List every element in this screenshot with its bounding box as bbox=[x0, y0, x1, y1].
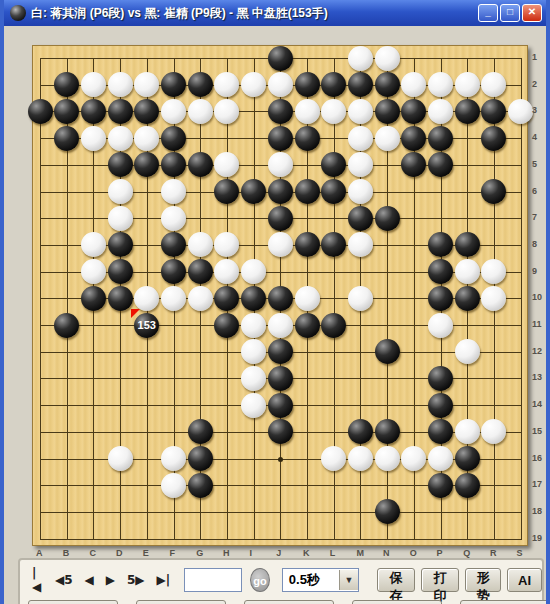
black-stone-K11[interactable] bbox=[295, 313, 320, 338]
white-stone-M10[interactable] bbox=[348, 286, 373, 311]
white-stone-M1[interactable] bbox=[348, 46, 373, 71]
territory-button[interactable]: 形势 bbox=[465, 568, 501, 592]
black-stone-P8[interactable] bbox=[428, 232, 453, 257]
black-stone-O5[interactable] bbox=[401, 152, 426, 177]
row-label-15: 15 bbox=[532, 426, 542, 436]
white-stone-F10[interactable] bbox=[161, 286, 186, 311]
save-button[interactable]: 保存ˆ bbox=[377, 568, 415, 592]
black-stone-E3[interactable] bbox=[134, 99, 159, 124]
white-stone-J8[interactable] bbox=[268, 232, 293, 257]
black-stone-M7[interactable] bbox=[348, 206, 373, 231]
black-stone-N12[interactable] bbox=[375, 339, 400, 364]
white-stone-F7[interactable] bbox=[161, 206, 186, 231]
col-label-P: P bbox=[437, 548, 443, 558]
col-label-R: R bbox=[490, 548, 497, 558]
white-stone-I2[interactable] bbox=[241, 72, 266, 97]
row-label-11: 11 bbox=[532, 319, 542, 329]
black-stone-E11[interactable]: 153 bbox=[134, 313, 159, 338]
white-stone-I12[interactable] bbox=[241, 339, 266, 364]
grid-line bbox=[40, 512, 522, 513]
white-stone-L3[interactable] bbox=[321, 99, 346, 124]
black-stone-G16[interactable] bbox=[188, 446, 213, 471]
white-stone-L16[interactable] bbox=[321, 446, 346, 471]
white-stone-P11[interactable] bbox=[428, 313, 453, 338]
col-label-G: G bbox=[196, 548, 203, 558]
white-stone-N4[interactable] bbox=[375, 126, 400, 151]
control-panel: |◀ ◀5 ◀ ▶ 5▶ ▶| go 0.5秒 ▼ 保存ˆ 打印ˆ 形势 AI bbox=[18, 558, 544, 604]
white-stone-C8[interactable] bbox=[81, 232, 106, 257]
col-label-D: D bbox=[116, 548, 123, 558]
grid-line bbox=[521, 58, 522, 540]
white-stone-R10[interactable] bbox=[481, 286, 506, 311]
white-stone-D6[interactable] bbox=[108, 179, 133, 204]
control-row: |◀ ◀5 ◀ ▶ 5▶ ▶| go 0.5秒 ▼ 保存ˆ 打印ˆ 形势 AI bbox=[28, 568, 542, 592]
cutoff-button[interactable] bbox=[352, 600, 442, 604]
white-stone-H2[interactable] bbox=[214, 72, 239, 97]
black-stone-D9[interactable] bbox=[108, 259, 133, 284]
white-stone-E2[interactable] bbox=[134, 72, 159, 97]
white-stone-P2[interactable] bbox=[428, 72, 453, 97]
black-stone-J12[interactable] bbox=[268, 339, 293, 364]
row-label-7: 7 bbox=[532, 212, 537, 222]
last-move-button[interactable]: ▶| bbox=[153, 571, 175, 589]
cutoff-button[interactable] bbox=[460, 600, 550, 604]
black-stone-B2[interactable] bbox=[54, 72, 79, 97]
white-stone-I13[interactable] bbox=[241, 366, 266, 391]
white-stone-Q2[interactable] bbox=[455, 72, 480, 97]
white-stone-H8[interactable] bbox=[214, 232, 239, 257]
window-title: 白: 蒋其润 (P6段) vs 黑: 崔精 (P9段) - 黑 中盘胜(153手… bbox=[31, 5, 476, 22]
app-window: 白: 蒋其润 (P6段) vs 黑: 崔精 (P9段) - 黑 中盘胜(153手… bbox=[0, 0, 550, 604]
black-stone-C10[interactable] bbox=[81, 286, 106, 311]
row-label-1: 1 bbox=[532, 52, 537, 62]
black-stone-P4[interactable] bbox=[428, 126, 453, 151]
black-stone-F4[interactable] bbox=[161, 126, 186, 151]
white-stone-I9[interactable] bbox=[241, 259, 266, 284]
black-stone-K4[interactable] bbox=[295, 126, 320, 151]
white-stone-J2[interactable] bbox=[268, 72, 293, 97]
white-stone-Q9[interactable] bbox=[455, 259, 480, 284]
cutoff-button-row bbox=[28, 600, 550, 604]
col-label-M: M bbox=[356, 548, 364, 558]
black-stone-H11[interactable] bbox=[214, 313, 239, 338]
row-label-13: 13 bbox=[532, 372, 542, 382]
speed-dropdown[interactable]: 0.5秒 ▼ bbox=[282, 568, 359, 592]
white-stone-J11[interactable] bbox=[268, 313, 293, 338]
white-stone-M4[interactable] bbox=[348, 126, 373, 151]
black-stone-F5[interactable] bbox=[161, 152, 186, 177]
minimize-button[interactable]: _ bbox=[478, 4, 498, 22]
white-stone-E10[interactable] bbox=[134, 286, 159, 311]
first-move-button[interactable]: |◀ bbox=[28, 564, 47, 596]
white-stone-K3[interactable] bbox=[295, 99, 320, 124]
col-label-O: O bbox=[410, 548, 417, 558]
app-stone-icon bbox=[10, 5, 26, 21]
go-button[interactable]: go bbox=[250, 568, 270, 592]
white-stone-M5[interactable] bbox=[348, 152, 373, 177]
black-stone-P9[interactable] bbox=[428, 259, 453, 284]
black-stone-J7[interactable] bbox=[268, 206, 293, 231]
white-stone-E4[interactable] bbox=[134, 126, 159, 151]
forward-5-button[interactable]: 5▶ bbox=[123, 571, 149, 589]
black-stone-L11[interactable] bbox=[321, 313, 346, 338]
white-stone-I11[interactable] bbox=[241, 313, 266, 338]
black-stone-H6[interactable] bbox=[214, 179, 239, 204]
black-stone-J1[interactable] bbox=[268, 46, 293, 71]
black-stone-D10[interactable] bbox=[108, 286, 133, 311]
black-stone-P13[interactable] bbox=[428, 366, 453, 391]
white-stone-R9[interactable] bbox=[481, 259, 506, 284]
white-stone-D16[interactable] bbox=[108, 446, 133, 471]
black-stone-D8[interactable] bbox=[108, 232, 133, 257]
last-move-marker bbox=[131, 309, 140, 318]
white-stone-M3[interactable] bbox=[348, 99, 373, 124]
black-stone-I6[interactable] bbox=[241, 179, 266, 204]
black-stone-J13[interactable] bbox=[268, 366, 293, 391]
black-stone-F9[interactable] bbox=[161, 259, 186, 284]
row-label-10: 10 bbox=[532, 292, 542, 302]
white-stone-J5[interactable] bbox=[268, 152, 293, 177]
col-label-K: K bbox=[303, 548, 310, 558]
white-stone-C4[interactable] bbox=[81, 126, 106, 151]
white-stone-C9[interactable] bbox=[81, 259, 106, 284]
white-stone-N1[interactable] bbox=[375, 46, 400, 71]
black-stone-D5[interactable] bbox=[108, 152, 133, 177]
black-stone-Q10[interactable] bbox=[455, 286, 480, 311]
row-label-19: 19 bbox=[532, 533, 542, 543]
white-stone-R15[interactable] bbox=[481, 419, 506, 444]
row-label-3: 3 bbox=[532, 105, 537, 115]
white-stone-M16[interactable] bbox=[348, 446, 373, 471]
black-stone-G9[interactable] bbox=[188, 259, 213, 284]
board-area: 153 |◀ ◀5 ◀ ▶ 5▶ ▶| go 0.5秒 ▼ 保存ˆ 打印ˆ bbox=[12, 26, 538, 604]
black-stone-I10[interactable] bbox=[241, 286, 266, 311]
speed-selected-value: 0.5秒 bbox=[283, 571, 339, 589]
go-board[interactable]: 153 bbox=[32, 45, 528, 546]
white-stone-G8[interactable] bbox=[188, 232, 213, 257]
col-label-C: C bbox=[89, 548, 96, 558]
white-stone-N16[interactable] bbox=[375, 446, 400, 471]
white-stone-I14[interactable] bbox=[241, 393, 266, 418]
white-stone-D4[interactable] bbox=[108, 126, 133, 151]
close-button[interactable]: ✕ bbox=[522, 4, 542, 22]
col-label-E: E bbox=[143, 548, 149, 558]
white-stone-F16[interactable] bbox=[161, 446, 186, 471]
black-stone-Q17[interactable] bbox=[455, 473, 480, 498]
black-stone-C3[interactable] bbox=[81, 99, 106, 124]
col-label-I: I bbox=[250, 548, 253, 558]
black-stone-R4[interactable] bbox=[481, 126, 506, 151]
row-label-2: 2 bbox=[532, 79, 537, 89]
white-stone-Q15[interactable] bbox=[455, 419, 480, 444]
row-label-17: 17 bbox=[532, 479, 542, 489]
black-stone-L6[interactable] bbox=[321, 179, 346, 204]
black-stone-P17[interactable] bbox=[428, 473, 453, 498]
forward-1-button[interactable]: ▶ bbox=[102, 571, 119, 589]
ai-button[interactable]: AI bbox=[507, 568, 542, 592]
chevron-down-icon[interactable]: ▼ bbox=[339, 570, 358, 590]
black-stone-J4[interactable] bbox=[268, 126, 293, 151]
black-stone-R3[interactable] bbox=[481, 99, 506, 124]
black-stone-L5[interactable] bbox=[321, 152, 346, 177]
black-stone-K2[interactable] bbox=[295, 72, 320, 97]
black-stone-B4[interactable] bbox=[54, 126, 79, 151]
black-stone-Q3[interactable] bbox=[455, 99, 480, 124]
white-stone-H5[interactable] bbox=[214, 152, 239, 177]
command-buttons: 保存ˆ 打印ˆ 形势 AI bbox=[377, 568, 542, 592]
print-button[interactable]: 打印ˆ bbox=[421, 568, 459, 592]
white-stone-D2[interactable] bbox=[108, 72, 133, 97]
black-stone-P10[interactable] bbox=[428, 286, 453, 311]
black-stone-J15[interactable] bbox=[268, 419, 293, 444]
black-stone-O3[interactable] bbox=[401, 99, 426, 124]
white-stone-H9[interactable] bbox=[214, 259, 239, 284]
black-stone-M15[interactable] bbox=[348, 419, 373, 444]
row-label-6: 6 bbox=[532, 186, 537, 196]
black-stone-N2[interactable] bbox=[375, 72, 400, 97]
col-label-B: B bbox=[63, 548, 70, 558]
black-stone-N18[interactable] bbox=[375, 499, 400, 524]
row-label-14: 14 bbox=[532, 399, 542, 409]
black-stone-N15[interactable] bbox=[375, 419, 400, 444]
black-stone-J6[interactable] bbox=[268, 179, 293, 204]
black-stone-G17[interactable] bbox=[188, 473, 213, 498]
black-stone-R6[interactable] bbox=[481, 179, 506, 204]
black-stone-J14[interactable] bbox=[268, 393, 293, 418]
col-label-A: A bbox=[36, 548, 43, 558]
row-label-16: 16 bbox=[532, 453, 542, 463]
black-stone-E5[interactable] bbox=[134, 152, 159, 177]
black-stone-M2[interactable] bbox=[348, 72, 373, 97]
back-5-button[interactable]: ◀5 bbox=[51, 571, 77, 589]
move-number-label: 153 bbox=[134, 319, 159, 331]
white-stone-H3[interactable] bbox=[214, 99, 239, 124]
black-stone-K6[interactable] bbox=[295, 179, 320, 204]
black-stone-P5[interactable] bbox=[428, 152, 453, 177]
col-label-H: H bbox=[223, 548, 230, 558]
black-stone-J3[interactable] bbox=[268, 99, 293, 124]
row-label-18: 18 bbox=[532, 506, 542, 516]
black-stone-B3[interactable] bbox=[54, 99, 79, 124]
black-stone-H10[interactable] bbox=[214, 286, 239, 311]
white-stone-C2[interactable] bbox=[81, 72, 106, 97]
row-label-5: 5 bbox=[532, 159, 537, 169]
cutoff-button[interactable] bbox=[244, 600, 334, 604]
col-label-N: N bbox=[383, 548, 390, 558]
row-label-12: 12 bbox=[532, 346, 542, 356]
white-stone-G10[interactable] bbox=[188, 286, 213, 311]
black-stone-P15[interactable] bbox=[428, 419, 453, 444]
white-stone-F6[interactable] bbox=[161, 179, 186, 204]
white-stone-M6[interactable] bbox=[348, 179, 373, 204]
black-stone-B11[interactable] bbox=[54, 313, 79, 338]
white-stone-F3[interactable] bbox=[161, 99, 186, 124]
col-label-F: F bbox=[170, 548, 176, 558]
black-stone-A3[interactable] bbox=[28, 99, 53, 124]
col-label-S: S bbox=[517, 548, 523, 558]
cutoff-button[interactable] bbox=[136, 600, 226, 604]
white-stone-K10[interactable] bbox=[295, 286, 320, 311]
row-label-9: 9 bbox=[532, 266, 537, 276]
title-bar: 白: 蒋其润 (P6段) vs 黑: 崔精 (P9段) - 黑 中盘胜(153手… bbox=[4, 0, 546, 26]
white-stone-M8[interactable] bbox=[348, 232, 373, 257]
black-stone-P14[interactable] bbox=[428, 393, 453, 418]
black-stone-L2[interactable] bbox=[321, 72, 346, 97]
white-stone-R2[interactable] bbox=[481, 72, 506, 97]
black-stone-G15[interactable] bbox=[188, 419, 213, 444]
back-1-button[interactable]: ◀ bbox=[81, 571, 98, 589]
white-stone-O16[interactable] bbox=[401, 446, 426, 471]
black-stone-O4[interactable] bbox=[401, 126, 426, 151]
star-point bbox=[278, 457, 283, 462]
move-number-input[interactable] bbox=[184, 568, 242, 592]
black-stone-G2[interactable] bbox=[188, 72, 213, 97]
row-label-8: 8 bbox=[532, 239, 537, 249]
white-stone-O2[interactable] bbox=[401, 72, 426, 97]
black-stone-N3[interactable] bbox=[375, 99, 400, 124]
black-stone-L8[interactable] bbox=[321, 232, 346, 257]
black-stone-F2[interactable] bbox=[161, 72, 186, 97]
white-stone-F17[interactable] bbox=[161, 473, 186, 498]
white-stone-P16[interactable] bbox=[428, 446, 453, 471]
row-label-4: 4 bbox=[532, 132, 537, 142]
black-stone-K8[interactable] bbox=[295, 232, 320, 257]
black-stone-J10[interactable] bbox=[268, 286, 293, 311]
white-stone-G3[interactable] bbox=[188, 99, 213, 124]
black-stone-G5[interactable] bbox=[188, 152, 213, 177]
black-stone-Q8[interactable] bbox=[455, 232, 480, 257]
col-label-J: J bbox=[276, 548, 281, 558]
white-stone-S3[interactable] bbox=[508, 99, 533, 124]
white-stone-P3[interactable] bbox=[428, 99, 453, 124]
black-stone-D3[interactable] bbox=[108, 99, 133, 124]
white-stone-Q12[interactable] bbox=[455, 339, 480, 364]
col-label-L: L bbox=[330, 548, 336, 558]
maximize-button[interactable]: □ bbox=[500, 4, 520, 22]
black-stone-N7[interactable] bbox=[375, 206, 400, 231]
black-stone-Q16[interactable] bbox=[455, 446, 480, 471]
grid-line bbox=[40, 539, 522, 540]
black-stone-F8[interactable] bbox=[161, 232, 186, 257]
cutoff-button[interactable] bbox=[28, 600, 118, 604]
col-label-Q: Q bbox=[463, 548, 470, 558]
white-stone-D7[interactable] bbox=[108, 206, 133, 231]
